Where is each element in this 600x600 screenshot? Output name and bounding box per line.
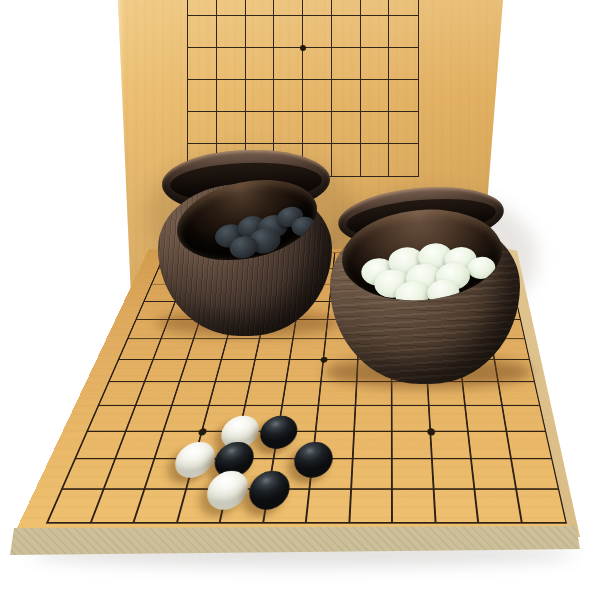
board-cell[interactable]: [283, 382, 322, 406]
board-cell[interactable]: [352, 459, 393, 489]
board-cell[interactable]: [507, 432, 551, 460]
board-cell[interactable]: [429, 406, 469, 432]
board-cell[interactable]: [251, 360, 290, 382]
board-cell[interactable]: [246, 382, 287, 406]
board-cell[interactable]: [350, 489, 393, 522]
board-cell[interactable]: [286, 360, 324, 382]
board-cell[interactable]: [434, 489, 479, 522]
board-cell[interactable]: [466, 406, 507, 432]
board-cell[interactable]: [472, 459, 517, 489]
board-cell[interactable]: [355, 406, 393, 432]
bowl-white-stones[interactable]: [322, 180, 527, 395]
board-cell[interactable]: [512, 459, 558, 489]
board-cell[interactable]: [469, 432, 512, 460]
board-cell[interactable]: [431, 432, 472, 460]
board-cell[interactable]: [517, 489, 566, 522]
board-cell[interactable]: [393, 432, 433, 460]
board-cell[interactable]: [216, 360, 256, 382]
board-cell[interactable]: [393, 459, 434, 489]
board-cell[interactable]: [209, 382, 251, 406]
board-cell[interactable]: [353, 432, 393, 460]
board-cell[interactable]: [503, 406, 545, 432]
go-set-scene: [0, 0, 600, 600]
board-cell[interactable]: [316, 406, 355, 432]
board-cell[interactable]: [475, 489, 522, 522]
bowl-black-stones[interactable]: [150, 142, 345, 347]
star-point: [427, 428, 435, 435]
board-cell[interactable]: [393, 489, 436, 522]
board-cell[interactable]: [432, 459, 475, 489]
board-cell[interactable]: [393, 406, 431, 432]
board-cell[interactable]: [307, 489, 352, 522]
